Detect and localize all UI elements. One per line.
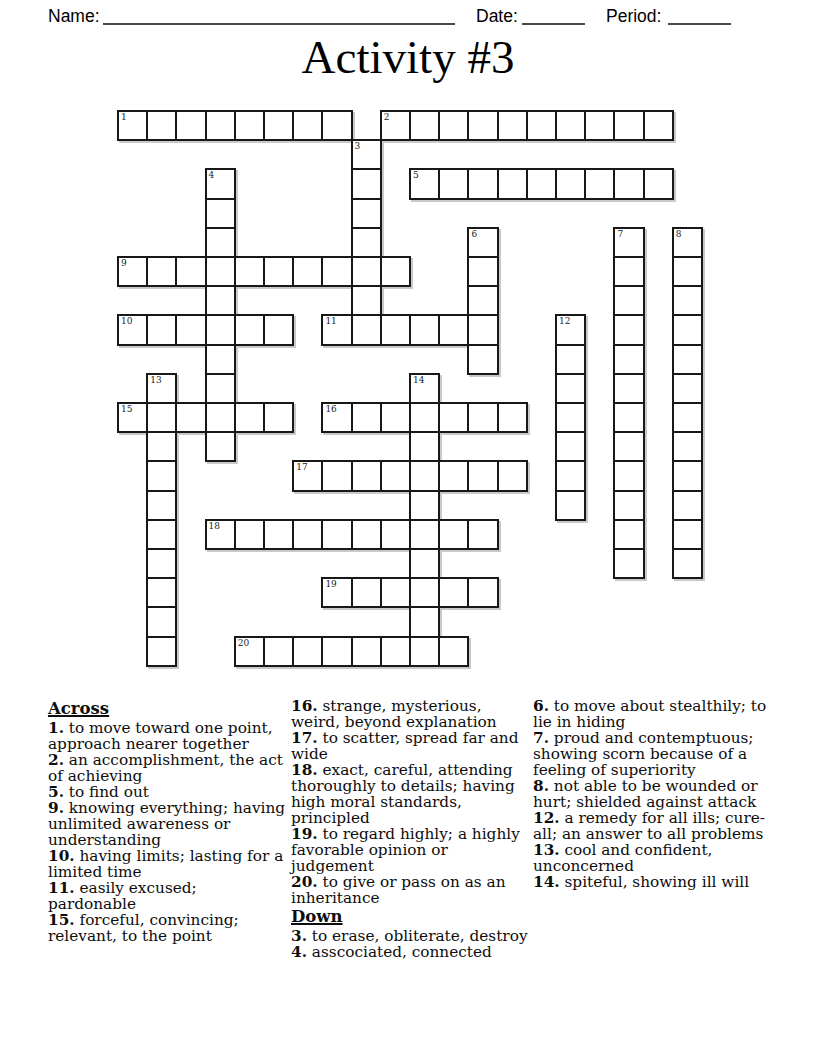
clue-number: 12. xyxy=(533,809,560,827)
cell-r12c10[interactable] xyxy=(409,460,440,491)
cell-r10c17[interactable] xyxy=(613,402,644,433)
clue-number: 18. xyxy=(291,761,318,779)
cell-r5c5[interactable] xyxy=(263,256,294,287)
cell-r5c9[interactable] xyxy=(380,256,411,287)
cell-number: 12 xyxy=(559,316,570,326)
cell-r0c3[interactable] xyxy=(205,110,236,141)
cell-r5c3[interactable] xyxy=(205,256,236,287)
cell-r11c19[interactable] xyxy=(672,431,703,462)
cell-r0c5[interactable] xyxy=(263,110,294,141)
cell-r7c5[interactable] xyxy=(263,314,294,345)
cell-r14c8[interactable] xyxy=(351,519,382,550)
cell-r4c19[interactable]: 8 xyxy=(672,227,703,258)
cell-number: 5 xyxy=(413,170,419,180)
cell-r15c17[interactable] xyxy=(613,548,644,579)
cell-r10c0[interactable]: 15 xyxy=(117,402,148,433)
cell-r4c12[interactable]: 6 xyxy=(467,227,498,258)
cell-r12c1[interactable] xyxy=(146,460,177,491)
clue-number: 10. xyxy=(48,847,75,865)
cell-r7c11[interactable] xyxy=(438,314,469,345)
clue-number: 17. xyxy=(291,729,318,747)
clue-column-2: 16. strange, mysterious, weird, beyond e… xyxy=(291,698,531,960)
cell-r12c12[interactable] xyxy=(467,460,498,491)
clue-column-1: Across1. to move toward one point, appro… xyxy=(48,698,288,944)
cell-number: 1 xyxy=(121,112,127,122)
cell-r7c19[interactable] xyxy=(672,314,703,345)
worksheet-page: Name: Date: Period: Activity #3 12345678… xyxy=(0,0,816,1056)
cell-r10c11[interactable] xyxy=(438,402,469,433)
clue-number: 13. xyxy=(533,841,560,859)
cell-number: 3 xyxy=(355,141,361,151)
cell-r7c15[interactable]: 12 xyxy=(555,314,586,345)
cell-r0c2[interactable] xyxy=(175,110,206,141)
clue-down-14: 14. spiteful, showing ill will xyxy=(533,874,773,890)
cell-r7c8[interactable] xyxy=(351,314,382,345)
clue-across-9: 9. knowing everything; having unlimited … xyxy=(48,800,288,848)
clue-down-3: 3. to erase, obliterate, destroy xyxy=(291,928,531,944)
cell-number: 19 xyxy=(325,579,336,589)
clue-number: 20. xyxy=(291,873,318,891)
cell-r18c9[interactable] xyxy=(380,636,411,667)
clue-down-7: 7. proud and contemptuous; showing scorn… xyxy=(533,730,773,778)
cell-r14c19[interactable] xyxy=(672,519,703,550)
cell-r4c3[interactable] xyxy=(205,227,236,258)
clues-heading-down: Down xyxy=(291,906,531,927)
clue-number: 7. xyxy=(533,729,549,747)
cell-r5c6[interactable] xyxy=(292,256,323,287)
cell-r5c2[interactable] xyxy=(175,256,206,287)
cell-r14c12[interactable] xyxy=(467,519,498,550)
cell-r5c8[interactable] xyxy=(351,256,382,287)
cell-r14c3[interactable]: 18 xyxy=(205,519,236,550)
clue-number: 16. xyxy=(291,697,318,715)
cell-r3c8[interactable] xyxy=(351,198,382,229)
cell-r7c1[interactable] xyxy=(146,314,177,345)
cell-r0c9[interactable]: 2 xyxy=(380,110,411,141)
cell-r12c6[interactable]: 17 xyxy=(292,460,323,491)
cell-r10c3[interactable] xyxy=(205,402,236,433)
clue-down-13: 13. cool and confident, unconcerned xyxy=(533,842,773,874)
cell-r10c1[interactable] xyxy=(146,402,177,433)
cell-r11c15[interactable] xyxy=(555,431,586,462)
clue-number: 9. xyxy=(48,799,64,817)
clue-across-15: 15. forceful, convincing; relevant, to t… xyxy=(48,912,288,944)
cell-number: 8 xyxy=(676,229,682,239)
cell-r16c8[interactable] xyxy=(351,577,382,608)
clue-across-20: 20. to give or pass on as an inheritance xyxy=(291,874,531,906)
cell-r6c12[interactable] xyxy=(467,285,498,316)
cell-r14c7[interactable] xyxy=(321,519,352,550)
cell-r18c6[interactable] xyxy=(292,636,323,667)
cell-r0c6[interactable] xyxy=(292,110,323,141)
cell-r18c1[interactable] xyxy=(146,636,177,667)
cell-r10c5[interactable] xyxy=(263,402,294,433)
cell-r4c17[interactable]: 7 xyxy=(613,227,644,258)
clue-number: 1. xyxy=(48,719,64,737)
cell-r8c12[interactable] xyxy=(467,344,498,375)
cell-r11c1[interactable] xyxy=(146,431,177,462)
cell-r9c3[interactable] xyxy=(205,373,236,404)
cell-r11c10[interactable] xyxy=(409,431,440,462)
cell-r12c13[interactable] xyxy=(497,460,528,491)
cell-r2c14[interactable] xyxy=(526,168,557,199)
cell-r18c8[interactable] xyxy=(351,636,382,667)
cell-r16c1[interactable] xyxy=(146,577,177,608)
cell-r0c4[interactable] xyxy=(234,110,265,141)
cell-number: 4 xyxy=(209,170,215,180)
cell-number: 7 xyxy=(617,229,623,239)
cell-r0c1[interactable] xyxy=(146,110,177,141)
cell-r7c2[interactable] xyxy=(175,314,206,345)
cell-r15c1[interactable] xyxy=(146,548,177,579)
cell-r14c17[interactable] xyxy=(613,519,644,550)
cell-number: 10 xyxy=(121,316,132,326)
cell-r17c10[interactable] xyxy=(409,606,440,637)
cell-r14c10[interactable] xyxy=(409,519,440,550)
cell-r10c13[interactable] xyxy=(497,402,528,433)
cell-r14c1[interactable] xyxy=(146,519,177,550)
clue-across-18: 18. exact, careful, attending thoroughly… xyxy=(291,762,531,826)
clue-across-11: 11. easily excused; pardonable xyxy=(48,880,288,912)
cell-r15c19[interactable] xyxy=(672,548,703,579)
cell-number: 18 xyxy=(209,521,220,531)
cell-number: 14 xyxy=(413,375,424,385)
cell-r7c10[interactable] xyxy=(409,314,440,345)
cell-r2c13[interactable] xyxy=(497,168,528,199)
cell-r7c0[interactable]: 10 xyxy=(117,314,148,345)
cell-r8c3[interactable] xyxy=(205,344,236,375)
cell-r5c17[interactable] xyxy=(613,256,644,287)
clue-number: 14. xyxy=(533,873,560,891)
cell-r5c4[interactable] xyxy=(234,256,265,287)
cell-r6c17[interactable] xyxy=(613,285,644,316)
clue-number: 11. xyxy=(48,879,75,897)
cell-r0c0[interactable]: 1 xyxy=(117,110,148,141)
cell-r11c17[interactable] xyxy=(613,431,644,462)
cell-number: 9 xyxy=(121,258,127,268)
cell-r14c11[interactable] xyxy=(438,519,469,550)
clue-down-4: 4. asscociated, connected xyxy=(291,944,531,960)
cell-r16c11[interactable] xyxy=(438,577,469,608)
clue-across-10: 10. having limits; lasting for a limited… xyxy=(48,848,288,880)
cell-r2c10[interactable]: 5 xyxy=(409,168,440,199)
cell-r0c10[interactable] xyxy=(409,110,440,141)
cell-r14c6[interactable] xyxy=(292,519,323,550)
cell-r16c7[interactable]: 19 xyxy=(321,577,352,608)
clue-down-6: 6. to move about stealthily; to lie in h… xyxy=(533,698,773,730)
cell-r0c11[interactable] xyxy=(438,110,469,141)
clue-down-12: 12. a remedy for all ills; cure-all; an … xyxy=(533,810,773,842)
clue-down-8: 8. not able to be wounded or hurt; shiel… xyxy=(533,778,773,810)
cell-r0c18[interactable] xyxy=(643,110,674,141)
cell-number: 16 xyxy=(325,404,336,414)
cell-r8c15[interactable] xyxy=(555,344,586,375)
clue-number: 8. xyxy=(533,777,549,795)
cell-r10c4[interactable] xyxy=(234,402,265,433)
clues-heading-across: Across xyxy=(48,698,288,719)
cell-r12c8[interactable] xyxy=(351,460,382,491)
cell-r18c5[interactable] xyxy=(263,636,294,667)
cell-r18c11[interactable] xyxy=(438,636,469,667)
cell-r11c3[interactable] xyxy=(205,431,236,462)
cell-r18c10[interactable] xyxy=(409,636,440,667)
cell-r12c15[interactable] xyxy=(555,460,586,491)
cell-number: 20 xyxy=(238,638,249,648)
cell-r1c8[interactable]: 3 xyxy=(351,139,382,170)
clue-across-19: 19. to regard highly; a highly favorable… xyxy=(291,826,531,874)
clue-number: 2. xyxy=(48,751,64,769)
clue-across-16: 16. strange, mysterious, weird, beyond e… xyxy=(291,698,531,730)
clue-across-2: 2. an accomplishment, the act of achievi… xyxy=(48,752,288,784)
cell-r5c19[interactable] xyxy=(672,256,703,287)
cell-r5c12[interactable] xyxy=(467,256,498,287)
cell-number: 15 xyxy=(121,404,132,414)
cell-r0c7[interactable] xyxy=(321,110,352,141)
cell-r13c1[interactable] xyxy=(146,490,177,521)
cell-r0c12[interactable] xyxy=(467,110,498,141)
clue-number: 6. xyxy=(533,697,549,715)
clue-across-5: 5. to find out xyxy=(48,784,288,800)
cell-r14c5[interactable] xyxy=(263,519,294,550)
cell-r10c9[interactable] xyxy=(380,402,411,433)
cell-r8c17[interactable] xyxy=(613,344,644,375)
cell-r16c9[interactable] xyxy=(380,577,411,608)
cell-number: 2 xyxy=(384,112,390,122)
cell-r18c4[interactable]: 20 xyxy=(234,636,265,667)
cell-r12c9[interactable] xyxy=(380,460,411,491)
cell-r2c17[interactable] xyxy=(613,168,644,199)
cell-r2c8[interactable] xyxy=(351,168,382,199)
cell-r0c14[interactable] xyxy=(526,110,557,141)
cell-r0c16[interactable] xyxy=(584,110,615,141)
cell-r6c19[interactable] xyxy=(672,285,703,316)
clue-column-3: 6. to move about stealthily; to lie in h… xyxy=(533,698,773,890)
cell-r10c2[interactable] xyxy=(175,402,206,433)
cell-r10c7[interactable]: 16 xyxy=(321,402,352,433)
cell-r13c19[interactable] xyxy=(672,490,703,521)
cell-r16c10[interactable] xyxy=(409,577,440,608)
cell-r2c3[interactable]: 4 xyxy=(205,168,236,199)
cell-r13c17[interactable] xyxy=(613,490,644,521)
cell-number: 13 xyxy=(150,375,161,385)
cell-r10c19[interactable] xyxy=(672,402,703,433)
cell-r7c4[interactable] xyxy=(234,314,265,345)
cell-r9c15[interactable] xyxy=(555,373,586,404)
cell-r7c3[interactable] xyxy=(205,314,236,345)
cell-r9c10[interactable]: 14 xyxy=(409,373,440,404)
cell-r2c15[interactable] xyxy=(555,168,586,199)
cell-r2c18[interactable] xyxy=(643,168,674,199)
cell-r13c15[interactable] xyxy=(555,490,586,521)
cell-r16c12[interactable] xyxy=(467,577,498,608)
clue-number: 4. xyxy=(291,943,307,961)
cell-r3c3[interactable] xyxy=(205,198,236,229)
cell-r4c8[interactable] xyxy=(351,227,382,258)
cell-r10c12[interactable] xyxy=(467,402,498,433)
cell-r18c7[interactable] xyxy=(321,636,352,667)
cell-r5c1[interactable] xyxy=(146,256,177,287)
cell-r5c0[interactable]: 9 xyxy=(117,256,148,287)
cell-r0c17[interactable] xyxy=(613,110,644,141)
cell-r17c1[interactable] xyxy=(146,606,177,637)
cell-number: 11 xyxy=(325,316,336,326)
cell-r13c10[interactable] xyxy=(409,490,440,521)
cell-r2c12[interactable] xyxy=(467,168,498,199)
cell-r7c17[interactable] xyxy=(613,314,644,345)
cell-r14c4[interactable] xyxy=(234,519,265,550)
cell-number: 6 xyxy=(471,229,477,239)
cell-r6c3[interactable] xyxy=(205,285,236,316)
cell-number: 17 xyxy=(296,462,307,472)
cell-r15c10[interactable] xyxy=(409,548,440,579)
cell-r10c8[interactable] xyxy=(351,402,382,433)
cell-r10c10[interactable] xyxy=(409,402,440,433)
cell-r12c7[interactable] xyxy=(321,460,352,491)
cell-r0c13[interactable] xyxy=(497,110,528,141)
cell-r9c17[interactable] xyxy=(613,373,644,404)
cell-r6c8[interactable] xyxy=(351,285,382,316)
cell-r8c19[interactable] xyxy=(672,344,703,375)
cell-r0c15[interactable] xyxy=(555,110,586,141)
clue-across-17: 17. to scatter, spread far and wide xyxy=(291,730,531,762)
clue-number: 19. xyxy=(291,825,318,843)
cell-r2c11[interactable] xyxy=(438,168,469,199)
cell-r9c19[interactable] xyxy=(672,373,703,404)
cell-r2c16[interactable] xyxy=(584,168,615,199)
cell-r10c15[interactable] xyxy=(555,402,586,433)
cell-r5c7[interactable] xyxy=(321,256,352,287)
cell-r12c11[interactable] xyxy=(438,460,469,491)
cell-r7c9[interactable] xyxy=(380,314,411,345)
cell-r12c17[interactable] xyxy=(613,460,644,491)
cell-r7c12[interactable] xyxy=(467,314,498,345)
clue-across-1: 1. to move toward one point, approach ne… xyxy=(48,720,288,752)
clue-number: 15. xyxy=(48,911,75,929)
cell-r9c1[interactable]: 13 xyxy=(146,373,177,404)
cell-r12c19[interactable] xyxy=(672,460,703,491)
cell-r7c7[interactable]: 11 xyxy=(321,314,352,345)
cell-r14c9[interactable] xyxy=(380,519,411,550)
